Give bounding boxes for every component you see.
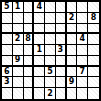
sudoku-cell-r8c6[interactable] [56, 77, 67, 88]
sudoku-cell-r6c5[interactable] [45, 56, 56, 67]
sudoku-cell-r9c9[interactable] [88, 88, 99, 99]
sudoku-cell-r4c7[interactable] [67, 34, 78, 45]
sudoku-cell-r5c6: 3 [56, 45, 67, 56]
sudoku-cell-r3c4[interactable] [34, 24, 45, 35]
sudoku-cell-r2c5[interactable] [45, 13, 56, 24]
sudoku-cell-r6c6[interactable] [56, 56, 67, 67]
sudoku-cell-r1c8[interactable] [77, 2, 88, 13]
sudoku-cell-r7c9[interactable] [88, 67, 99, 78]
sudoku-cell-r5c8[interactable] [77, 45, 88, 56]
sudoku-cell-r7c5: 5 [45, 67, 56, 78]
sudoku-cell-r4c6[interactable] [56, 34, 67, 45]
sudoku-cell-r2c6[interactable] [56, 13, 67, 24]
sudoku-cell-r1c6[interactable] [56, 2, 67, 13]
sudoku-cell-r5c1[interactable] [2, 45, 13, 56]
sudoku-cell-r1c3[interactable] [24, 2, 35, 13]
sudoku-cell-r5c5[interactable] [45, 45, 56, 56]
sudoku-cell-r3c8[interactable] [77, 24, 88, 35]
sudoku-cell-r6c2: 9 [13, 56, 24, 67]
sudoku-cell-r9c7[interactable] [67, 88, 78, 99]
sudoku-cell-r3c3[interactable] [24, 24, 35, 35]
sudoku-cell-r1c2: 1 [13, 2, 24, 13]
sudoku-cell-r2c8[interactable] [77, 13, 88, 24]
sudoku-cell-r1c9[interactable] [88, 2, 99, 13]
sudoku-cell-r2c9: 8 [88, 13, 99, 24]
sudoku-cell-r5c2[interactable] [13, 45, 24, 56]
sudoku-cell-r4c2: 2 [13, 34, 24, 45]
sudoku-cell-r3c5[interactable] [45, 24, 56, 35]
sudoku-cell-r8c9[interactable] [88, 77, 99, 88]
sudoku-cell-r3c9[interactable] [88, 24, 99, 35]
sudoku-cell-r9c6[interactable] [56, 88, 67, 99]
sudoku-cell-r7c7[interactable] [67, 67, 78, 78]
sudoku-cell-r8c5[interactable] [45, 77, 56, 88]
sudoku-cell-r2c2[interactable] [13, 13, 24, 24]
sudoku-board: 51428284139657392 [0, 0, 101, 101]
sudoku-cell-r9c2[interactable] [13, 88, 24, 99]
sudoku-cell-r2c1[interactable] [2, 13, 13, 24]
sudoku-cell-r6c7[interactable] [67, 56, 78, 67]
sudoku-cell-r7c6[interactable] [56, 67, 67, 78]
sudoku-cell-r9c3[interactable] [24, 88, 35, 99]
sudoku-cell-r3c1[interactable] [2, 24, 13, 35]
sudoku-cell-r5c9[interactable] [88, 45, 99, 56]
sudoku-cell-r5c7[interactable] [67, 45, 78, 56]
sudoku-cell-r4c5[interactable] [45, 34, 56, 45]
sudoku-cell-r8c8[interactable] [77, 77, 88, 88]
sudoku-cell-r7c3[interactable] [24, 67, 35, 78]
sudoku-cell-r5c4: 1 [34, 45, 45, 56]
sudoku-cell-r9c5: 2 [45, 88, 56, 99]
sudoku-cell-r7c2[interactable] [13, 67, 24, 78]
sudoku-cell-r3c6[interactable] [56, 24, 67, 35]
sudoku-cell-r4c8: 4 [77, 34, 88, 45]
sudoku-cell-r8c2[interactable] [13, 77, 24, 88]
sudoku-cell-r6c1[interactable] [2, 56, 13, 67]
sudoku-cell-r9c1[interactable] [2, 88, 13, 99]
sudoku-cell-r1c7[interactable] [67, 2, 78, 13]
sudoku-cell-r5c3[interactable] [24, 45, 35, 56]
sudoku-cell-r7c4[interactable] [34, 67, 45, 78]
sudoku-cell-r2c3[interactable] [24, 13, 35, 24]
sudoku-cell-r9c4[interactable] [34, 88, 45, 99]
sudoku-cell-r6c8[interactable] [77, 56, 88, 67]
sudoku-cell-r9c8[interactable] [77, 88, 88, 99]
sudoku-cell-r1c4: 4 [34, 2, 45, 13]
sudoku-cell-r4c1[interactable] [2, 34, 13, 45]
sudoku-cell-r6c4[interactable] [34, 56, 45, 67]
sudoku-cell-r2c4[interactable] [34, 13, 45, 24]
sudoku-cell-r2c7: 2 [67, 13, 78, 24]
sudoku-cell-r8c7: 9 [67, 77, 78, 88]
sudoku-cell-r6c3[interactable] [24, 56, 35, 67]
sudoku-cell-r3c7[interactable] [67, 24, 78, 35]
sudoku-cell-r1c1: 5 [2, 2, 13, 13]
sudoku-cell-r6c9[interactable] [88, 56, 99, 67]
sudoku-cell-r3c2[interactable] [13, 24, 24, 35]
sudoku-cell-r4c4[interactable] [34, 34, 45, 45]
sudoku-cell-r4c9[interactable] [88, 34, 99, 45]
sudoku-cell-r7c8: 7 [77, 67, 88, 78]
sudoku-cell-r8c1: 3 [2, 77, 13, 88]
sudoku-cell-r8c4[interactable] [34, 77, 45, 88]
sudoku-cell-r7c1: 6 [2, 67, 13, 78]
sudoku-cell-r4c3: 8 [24, 34, 35, 45]
sudoku-cell-r8c3[interactable] [24, 77, 35, 88]
sudoku-cell-r1c5[interactable] [45, 2, 56, 13]
